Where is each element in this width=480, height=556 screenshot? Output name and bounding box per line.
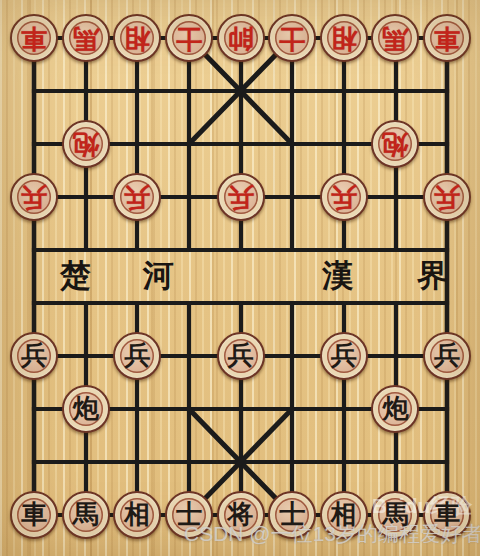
piece-glyph: 兵 — [228, 184, 254, 210]
piece-black-elephant[interactable]: 相 — [113, 491, 161, 539]
piece-red-advisor[interactable]: 士 — [165, 14, 213, 62]
river-label-han-jie: 漢 界 — [322, 260, 476, 291]
piece-glyph: 馬 — [382, 25, 408, 51]
piece-glyph: 馬 — [382, 502, 408, 528]
piece-red-elephant[interactable]: 相 — [320, 14, 368, 62]
piece-glyph: 相 — [124, 502, 150, 528]
river-label-chu-he: 楚 河 — [60, 260, 196, 291]
piece-glyph: 兵 — [434, 184, 460, 210]
piece-red-soldier[interactable]: 兵 — [320, 173, 368, 221]
piece-glyph: 車 — [21, 502, 47, 528]
piece-glyph: 車 — [434, 502, 460, 528]
piece-glyph: 兵 — [331, 343, 357, 369]
piece-red-advisor[interactable]: 士 — [268, 14, 316, 62]
piece-glyph: 兵 — [331, 184, 357, 210]
piece-black-chariot[interactable]: 車 — [10, 491, 58, 539]
piece-black-soldier[interactable]: 兵 — [320, 332, 368, 380]
piece-red-chariot[interactable]: 車 — [10, 14, 58, 62]
piece-glyph: 兵 — [228, 343, 254, 369]
piece-red-soldier[interactable]: 兵 — [217, 173, 265, 221]
piece-glyph: 車 — [21, 25, 47, 51]
piece-black-soldier[interactable]: 兵 — [113, 332, 161, 380]
piece-glyph: 炮 — [382, 131, 408, 157]
piece-black-horse[interactable]: 馬 — [62, 491, 110, 539]
piece-red-chariot[interactable]: 車 — [423, 14, 471, 62]
piece-glyph: 士 — [176, 502, 202, 528]
piece-glyph: 兵 — [124, 343, 150, 369]
piece-red-elephant[interactable]: 相 — [113, 14, 161, 62]
piece-glyph: 馬 — [73, 25, 99, 51]
piece-red-cannon[interactable]: 炮 — [62, 120, 110, 168]
piece-black-soldier[interactable]: 兵 — [423, 332, 471, 380]
piece-red-soldier[interactable]: 兵 — [10, 173, 58, 221]
piece-glyph: 兵 — [21, 343, 47, 369]
piece-black-soldier[interactable]: 兵 — [10, 332, 58, 380]
piece-glyph: 炮 — [382, 396, 408, 422]
piece-glyph: 兵 — [434, 343, 460, 369]
piece-glyph: 士 — [279, 502, 305, 528]
piece-black-soldier[interactable]: 兵 — [217, 332, 265, 380]
piece-glyph: 相 — [331, 502, 357, 528]
piece-red-soldier[interactable]: 兵 — [423, 173, 471, 221]
piece-glyph: 車 — [434, 25, 460, 51]
piece-glyph: 炮 — [73, 396, 99, 422]
piece-glyph: 兵 — [21, 184, 47, 210]
piece-black-cannon[interactable]: 炮 — [62, 385, 110, 433]
piece-glyph: 士 — [279, 25, 305, 51]
piece-red-soldier[interactable]: 兵 — [113, 173, 161, 221]
piece-glyph: 将 — [228, 502, 254, 528]
piece-red-general[interactable]: 帥 — [217, 14, 265, 62]
piece-glyph: 兵 — [124, 184, 150, 210]
piece-glyph: 士 — [176, 25, 202, 51]
piece-glyph: 帥 — [228, 25, 254, 51]
piece-glyph: 炮 — [73, 131, 99, 157]
piece-glyph: 相 — [331, 25, 357, 51]
piece-red-horse[interactable]: 馬 — [62, 14, 110, 62]
piece-glyph: 相 — [124, 25, 150, 51]
piece-glyph: 馬 — [73, 502, 99, 528]
